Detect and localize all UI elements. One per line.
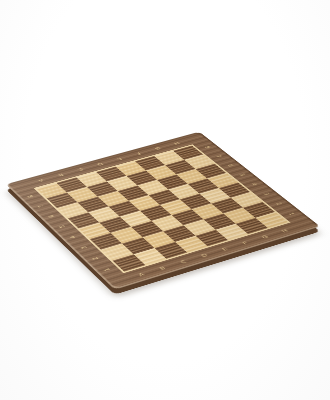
product-photo: ABCDEFGH ABCDEFGH 87654321 87654321: [0, 0, 330, 400]
chessboard: ABCDEFGH ABCDEFGH 87654321 87654321: [6, 132, 320, 290]
